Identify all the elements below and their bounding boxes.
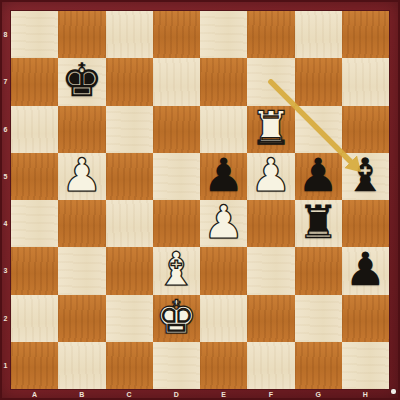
square-c6[interactable]	[106, 106, 153, 153]
rank-label-1: 1	[0, 342, 11, 389]
square-b5[interactable]: ♟	[58, 153, 105, 200]
square-b4[interactable]	[58, 200, 105, 247]
square-d5[interactable]	[153, 153, 200, 200]
square-d7[interactable]	[153, 58, 200, 105]
square-a5[interactable]	[11, 153, 58, 200]
white-pawn[interactable]: ♟	[250, 152, 291, 199]
file-labels: ABCDEFGH	[11, 389, 389, 400]
square-f8[interactable]	[247, 11, 294, 58]
square-h6[interactable]	[342, 106, 389, 153]
square-a7[interactable]	[11, 58, 58, 105]
file-label-d: D	[153, 389, 200, 400]
square-e3[interactable]	[200, 247, 247, 294]
square-g4[interactable]: ♜	[295, 200, 342, 247]
square-d8[interactable]	[153, 11, 200, 58]
square-f3[interactable]	[247, 247, 294, 294]
square-b1[interactable]	[58, 342, 105, 389]
white-pawn[interactable]: ♟	[203, 199, 244, 246]
square-c3[interactable]	[106, 247, 153, 294]
rank-label-5: 5	[0, 153, 11, 200]
square-e7[interactable]	[200, 58, 247, 105]
white-king[interactable]: ♚	[156, 294, 197, 341]
square-g5[interactable]: ♟	[295, 153, 342, 200]
rank-label-6: 6	[0, 106, 11, 153]
square-c8[interactable]	[106, 11, 153, 58]
rank-label-2: 2	[0, 295, 11, 342]
file-label-b: B	[58, 389, 105, 400]
square-c1[interactable]	[106, 342, 153, 389]
square-f5[interactable]: ♟	[247, 153, 294, 200]
square-a8[interactable]	[11, 11, 58, 58]
square-f2[interactable]	[247, 295, 294, 342]
rank-label-3: 3	[0, 247, 11, 294]
white-pawn[interactable]: ♟	[61, 152, 102, 199]
square-b6[interactable]	[58, 106, 105, 153]
square-e2[interactable]	[200, 295, 247, 342]
square-e6[interactable]	[200, 106, 247, 153]
square-e8[interactable]	[200, 11, 247, 58]
square-a2[interactable]	[11, 295, 58, 342]
square-h8[interactable]	[342, 11, 389, 58]
file-label-h: H	[342, 389, 389, 400]
square-h7[interactable]	[342, 58, 389, 105]
square-a6[interactable]	[11, 106, 58, 153]
black-pawn[interactable]: ♟	[345, 246, 386, 293]
square-d1[interactable]	[153, 342, 200, 389]
square-g2[interactable]	[295, 295, 342, 342]
square-f7[interactable]	[247, 58, 294, 105]
square-f1[interactable]	[247, 342, 294, 389]
square-h1[interactable]	[342, 342, 389, 389]
square-g8[interactable]	[295, 11, 342, 58]
white-rook[interactable]: ♜	[250, 105, 291, 152]
square-g6[interactable]	[295, 106, 342, 153]
black-rook[interactable]: ♜	[298, 199, 339, 246]
file-label-a: A	[11, 389, 58, 400]
square-d2[interactable]: ♚	[153, 295, 200, 342]
file-label-e: E	[200, 389, 247, 400]
square-b2[interactable]	[58, 295, 105, 342]
square-e1[interactable]	[200, 342, 247, 389]
square-a1[interactable]	[11, 342, 58, 389]
square-c5[interactable]	[106, 153, 153, 200]
square-a3[interactable]	[11, 247, 58, 294]
file-label-c: C	[106, 389, 153, 400]
black-bishop[interactable]: ♝	[345, 152, 386, 199]
black-pawn[interactable]: ♟	[203, 152, 244, 199]
square-d4[interactable]	[153, 200, 200, 247]
board-frame: ♚♜♟♟♟♟♝♟♜♝♟♚ 87654321 ABCDEFGH	[0, 0, 400, 400]
rank-label-8: 8	[0, 11, 11, 58]
rank-labels: 87654321	[0, 11, 11, 389]
square-g7[interactable]	[295, 58, 342, 105]
square-b8[interactable]	[58, 11, 105, 58]
white-bishop[interactable]: ♝	[156, 246, 197, 293]
square-b3[interactable]	[58, 247, 105, 294]
black-pawn[interactable]: ♟	[298, 152, 339, 199]
square-b7[interactable]: ♚	[58, 58, 105, 105]
square-c4[interactable]	[106, 200, 153, 247]
square-d6[interactable]	[153, 106, 200, 153]
rank-label-7: 7	[0, 58, 11, 105]
square-a4[interactable]	[11, 200, 58, 247]
square-g1[interactable]	[295, 342, 342, 389]
square-f6[interactable]: ♜	[247, 106, 294, 153]
file-label-f: F	[247, 389, 294, 400]
square-d3[interactable]: ♝	[153, 247, 200, 294]
square-g3[interactable]	[295, 247, 342, 294]
square-e4[interactable]: ♟	[200, 200, 247, 247]
square-e5[interactable]: ♟	[200, 153, 247, 200]
file-label-g: G	[295, 389, 342, 400]
square-h2[interactable]	[342, 295, 389, 342]
square-c7[interactable]	[106, 58, 153, 105]
square-h3[interactable]: ♟	[342, 247, 389, 294]
black-king[interactable]: ♚	[61, 57, 102, 104]
square-f4[interactable]	[247, 200, 294, 247]
square-h5[interactable]: ♝	[342, 153, 389, 200]
rank-label-4: 4	[0, 200, 11, 247]
square-c2[interactable]	[106, 295, 153, 342]
board: ♚♜♟♟♟♟♝♟♜♝♟♚	[11, 11, 389, 389]
corner-dot	[391, 389, 396, 394]
square-h4[interactable]	[342, 200, 389, 247]
